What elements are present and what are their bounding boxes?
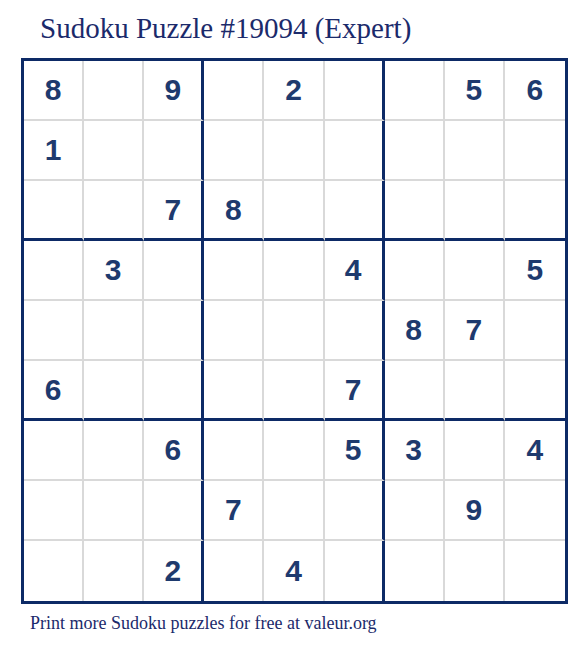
cell-r6c9[interactable] xyxy=(505,361,565,421)
cell-r4c6[interactable]: 4 xyxy=(325,241,385,301)
cell-r8c9[interactable] xyxy=(505,481,565,541)
cell-r1c2[interactable] xyxy=(84,61,144,121)
cell-r2c2[interactable] xyxy=(84,121,144,181)
cell-r2c6[interactable] xyxy=(325,121,385,181)
cell-r4c3[interactable] xyxy=(144,241,204,301)
cell-r2c3[interactable] xyxy=(144,121,204,181)
footer-text: Print more Sudoku puzzles for free at va… xyxy=(30,613,377,634)
cell-r5c4[interactable] xyxy=(204,301,264,361)
cell-r7c4[interactable] xyxy=(204,421,264,481)
cell-r9c5[interactable]: 4 xyxy=(264,541,324,601)
cell-r9c3[interactable]: 2 xyxy=(144,541,204,601)
cell-r6c4[interactable] xyxy=(204,361,264,421)
cell-r3c5[interactable] xyxy=(264,181,324,241)
cell-r1c5[interactable]: 2 xyxy=(264,61,324,121)
cell-r3c2[interactable] xyxy=(84,181,144,241)
cell-r4c9[interactable]: 5 xyxy=(505,241,565,301)
cell-r5c8[interactable]: 7 xyxy=(445,301,505,361)
cell-r2c4[interactable] xyxy=(204,121,264,181)
cell-r9c4[interactable] xyxy=(204,541,264,601)
sudoku-board: 89256178345876765347924 xyxy=(21,58,568,604)
cell-r3c3[interactable]: 7 xyxy=(144,181,204,241)
cell-r3c6[interactable] xyxy=(325,181,385,241)
cell-r2c7[interactable] xyxy=(385,121,445,181)
cell-r8c3[interactable] xyxy=(144,481,204,541)
cell-r2c5[interactable] xyxy=(264,121,324,181)
cell-r9c9[interactable] xyxy=(505,541,565,601)
cell-r2c1[interactable]: 1 xyxy=(24,121,84,181)
cell-r8c4[interactable]: 7 xyxy=(204,481,264,541)
cell-r7c8[interactable] xyxy=(445,421,505,481)
cell-r6c5[interactable] xyxy=(264,361,324,421)
cell-r8c5[interactable] xyxy=(264,481,324,541)
cell-r9c1[interactable] xyxy=(24,541,84,601)
cell-r5c2[interactable] xyxy=(84,301,144,361)
cell-r7c9[interactable]: 4 xyxy=(505,421,565,481)
cell-r5c9[interactable] xyxy=(505,301,565,361)
cell-r3c1[interactable] xyxy=(24,181,84,241)
cell-r1c3[interactable]: 9 xyxy=(144,61,204,121)
sudoku-page: Sudoku Puzzle #19094 (Expert) 8925617834… xyxy=(0,0,580,651)
cell-r7c3[interactable]: 6 xyxy=(144,421,204,481)
cell-r6c6[interactable]: 7 xyxy=(325,361,385,421)
cell-r1c7[interactable] xyxy=(385,61,445,121)
cell-r3c9[interactable] xyxy=(505,181,565,241)
cell-r2c9[interactable] xyxy=(505,121,565,181)
cell-r9c7[interactable] xyxy=(385,541,445,601)
cell-r4c5[interactable] xyxy=(264,241,324,301)
cell-r1c4[interactable] xyxy=(204,61,264,121)
cell-r9c2[interactable] xyxy=(84,541,144,601)
cell-r9c8[interactable] xyxy=(445,541,505,601)
cell-r7c6[interactable]: 5 xyxy=(325,421,385,481)
cell-r1c8[interactable]: 5 xyxy=(445,61,505,121)
cell-r5c1[interactable] xyxy=(24,301,84,361)
cell-r8c1[interactable] xyxy=(24,481,84,541)
cell-r2c8[interactable] xyxy=(445,121,505,181)
cell-r5c5[interactable] xyxy=(264,301,324,361)
cell-r9c6[interactable] xyxy=(325,541,385,601)
cell-r7c7[interactable]: 3 xyxy=(385,421,445,481)
cell-r5c6[interactable] xyxy=(325,301,385,361)
cell-r4c2[interactable]: 3 xyxy=(84,241,144,301)
page-title: Sudoku Puzzle #19094 (Expert) xyxy=(40,12,411,45)
cell-r4c1[interactable] xyxy=(24,241,84,301)
cell-r7c2[interactable] xyxy=(84,421,144,481)
cell-r1c6[interactable] xyxy=(325,61,385,121)
cell-r4c8[interactable] xyxy=(445,241,505,301)
cell-r8c7[interactable] xyxy=(385,481,445,541)
cell-r8c6[interactable] xyxy=(325,481,385,541)
cell-r3c7[interactable] xyxy=(385,181,445,241)
cell-r8c2[interactable] xyxy=(84,481,144,541)
cell-r6c2[interactable] xyxy=(84,361,144,421)
cell-r6c8[interactable] xyxy=(445,361,505,421)
cell-r5c3[interactable] xyxy=(144,301,204,361)
cell-r3c4[interactable]: 8 xyxy=(204,181,264,241)
cell-r3c8[interactable] xyxy=(445,181,505,241)
cell-r7c5[interactable] xyxy=(264,421,324,481)
cell-r5c7[interactable]: 8 xyxy=(385,301,445,361)
cell-r1c9[interactable]: 6 xyxy=(505,61,565,121)
cell-r4c4[interactable] xyxy=(204,241,264,301)
cell-r6c3[interactable] xyxy=(144,361,204,421)
cell-r7c1[interactable] xyxy=(24,421,84,481)
cell-r6c7[interactable] xyxy=(385,361,445,421)
cell-r4c7[interactable] xyxy=(385,241,445,301)
cell-r1c1[interactable]: 8 xyxy=(24,61,84,121)
cell-r8c8[interactable]: 9 xyxy=(445,481,505,541)
cell-r6c1[interactable]: 6 xyxy=(24,361,84,421)
